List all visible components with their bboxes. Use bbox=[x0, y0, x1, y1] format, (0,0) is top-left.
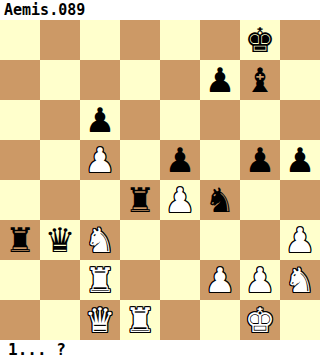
square-h3[interactable]: ♟ bbox=[280, 220, 320, 260]
square-f1[interactable] bbox=[200, 300, 240, 340]
square-a3[interactable]: ♜ bbox=[0, 220, 40, 260]
square-h4[interactable] bbox=[280, 180, 320, 220]
square-g8[interactable]: ♚ bbox=[240, 20, 280, 60]
square-a6[interactable] bbox=[0, 100, 40, 140]
square-e6[interactable] bbox=[160, 100, 200, 140]
white-king-g1[interactable]: ♚ bbox=[240, 300, 280, 340]
square-d1[interactable]: ♜ bbox=[120, 300, 160, 340]
square-c8[interactable] bbox=[80, 20, 120, 60]
square-b3[interactable]: ♛ bbox=[40, 220, 80, 260]
square-g1[interactable]: ♚ bbox=[240, 300, 280, 340]
square-h8[interactable] bbox=[280, 20, 320, 60]
square-e2[interactable] bbox=[160, 260, 200, 300]
white-pawn-h3[interactable]: ♟ bbox=[280, 220, 320, 260]
square-b7[interactable] bbox=[40, 60, 80, 100]
square-d6[interactable] bbox=[120, 100, 160, 140]
square-g5[interactable]: ♟ bbox=[240, 140, 280, 180]
square-d2[interactable] bbox=[120, 260, 160, 300]
white-pawn-e4[interactable]: ♟ bbox=[160, 180, 200, 220]
square-e4[interactable]: ♟ bbox=[160, 180, 200, 220]
black-pawn-g5[interactable]: ♟ bbox=[240, 140, 280, 180]
black-rook-d4[interactable]: ♜ bbox=[120, 180, 160, 220]
square-c4[interactable] bbox=[80, 180, 120, 220]
white-queen-c1[interactable]: ♛ bbox=[80, 300, 120, 340]
square-f5[interactable] bbox=[200, 140, 240, 180]
square-c5[interactable]: ♟ bbox=[80, 140, 120, 180]
square-f8[interactable] bbox=[200, 20, 240, 60]
square-c3[interactable]: ♞ bbox=[80, 220, 120, 260]
square-a5[interactable] bbox=[0, 140, 40, 180]
square-e7[interactable] bbox=[160, 60, 200, 100]
square-g6[interactable] bbox=[240, 100, 280, 140]
square-f4[interactable]: ♞ bbox=[200, 180, 240, 220]
square-e1[interactable] bbox=[160, 300, 200, 340]
square-d7[interactable] bbox=[120, 60, 160, 100]
black-queen-b3[interactable]: ♛ bbox=[40, 220, 80, 260]
square-c2[interactable]: ♜ bbox=[80, 260, 120, 300]
white-pawn-g2[interactable]: ♟ bbox=[240, 260, 280, 300]
square-d3[interactable] bbox=[120, 220, 160, 260]
square-b1[interactable] bbox=[40, 300, 80, 340]
square-b8[interactable] bbox=[40, 20, 80, 60]
white-knight-h2[interactable]: ♞ bbox=[280, 260, 320, 300]
puzzle-title: Aemis.089 bbox=[0, 0, 320, 20]
square-d4[interactable]: ♜ bbox=[120, 180, 160, 220]
black-knight-f4[interactable]: ♞ bbox=[200, 180, 240, 220]
square-a1[interactable] bbox=[0, 300, 40, 340]
square-h2[interactable]: ♞ bbox=[280, 260, 320, 300]
black-pawn-c6[interactable]: ♟ bbox=[80, 100, 120, 140]
square-a2[interactable] bbox=[0, 260, 40, 300]
white-knight-c3[interactable]: ♞ bbox=[80, 220, 120, 260]
square-g7[interactable]: ♝ bbox=[240, 60, 280, 100]
square-c6[interactable]: ♟ bbox=[80, 100, 120, 140]
square-a7[interactable] bbox=[0, 60, 40, 100]
square-a4[interactable] bbox=[0, 180, 40, 220]
square-f6[interactable] bbox=[200, 100, 240, 140]
white-rook-d1[interactable]: ♜ bbox=[120, 300, 160, 340]
square-h1[interactable] bbox=[280, 300, 320, 340]
square-g4[interactable] bbox=[240, 180, 280, 220]
square-c1[interactable]: ♛ bbox=[80, 300, 120, 340]
square-c7[interactable] bbox=[80, 60, 120, 100]
square-h6[interactable] bbox=[280, 100, 320, 140]
square-b2[interactable] bbox=[40, 260, 80, 300]
black-pawn-e5[interactable]: ♟ bbox=[160, 140, 200, 180]
white-pawn-c5[interactable]: ♟ bbox=[80, 140, 120, 180]
white-rook-c2[interactable]: ♜ bbox=[80, 260, 120, 300]
black-pawn-h5[interactable]: ♟ bbox=[280, 140, 320, 180]
white-pawn-f2[interactable]: ♟ bbox=[200, 260, 240, 300]
square-e5[interactable]: ♟ bbox=[160, 140, 200, 180]
move-prompt: 1... ? bbox=[0, 340, 320, 360]
black-bishop-g7[interactable]: ♝ bbox=[240, 60, 280, 100]
black-rook-a3[interactable]: ♜ bbox=[0, 220, 40, 260]
square-b4[interactable] bbox=[40, 180, 80, 220]
square-e3[interactable] bbox=[160, 220, 200, 260]
square-h7[interactable] bbox=[280, 60, 320, 100]
square-g2[interactable]: ♟ bbox=[240, 260, 280, 300]
square-f3[interactable] bbox=[200, 220, 240, 260]
square-f7[interactable]: ♟ bbox=[200, 60, 240, 100]
black-king-g8[interactable]: ♚ bbox=[240, 20, 280, 60]
square-b5[interactable] bbox=[40, 140, 80, 180]
black-pawn-f7[interactable]: ♟ bbox=[200, 60, 240, 100]
square-g3[interactable] bbox=[240, 220, 280, 260]
square-d5[interactable] bbox=[120, 140, 160, 180]
square-b6[interactable] bbox=[40, 100, 80, 140]
square-a8[interactable] bbox=[0, 20, 40, 60]
square-h5[interactable]: ♟ bbox=[280, 140, 320, 180]
square-e8[interactable] bbox=[160, 20, 200, 60]
square-f2[interactable]: ♟ bbox=[200, 260, 240, 300]
square-d8[interactable] bbox=[120, 20, 160, 60]
chess-board: ♚♟♝♟♟♟♟♟♜♟♞♜♛♞♟♜♟♟♞♛♜♚ bbox=[0, 20, 320, 340]
